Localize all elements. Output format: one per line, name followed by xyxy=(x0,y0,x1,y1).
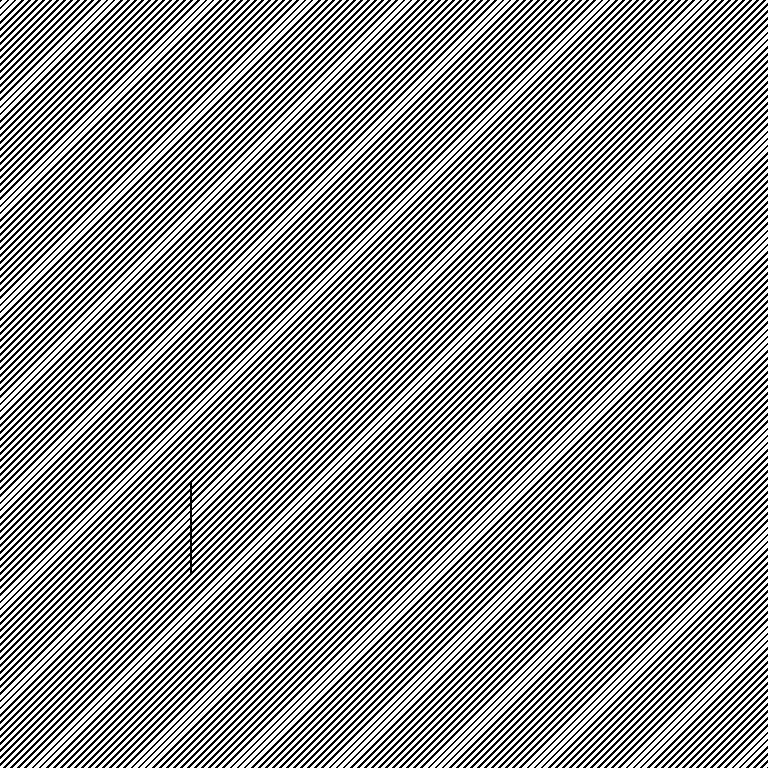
chess-diagram xyxy=(0,0,768,768)
chess-board xyxy=(0,0,768,768)
stray-line-artifact xyxy=(190,481,192,575)
